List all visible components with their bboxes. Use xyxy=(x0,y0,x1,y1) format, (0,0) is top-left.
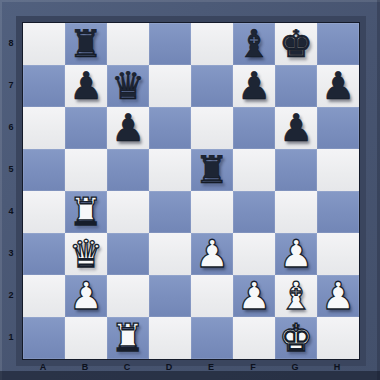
square-e8[interactable] xyxy=(191,23,233,65)
square-g5[interactable] xyxy=(275,149,317,191)
square-c5[interactable] xyxy=(107,149,149,191)
file-label-a: A xyxy=(22,360,64,373)
square-h8[interactable] xyxy=(317,23,359,65)
square-a4[interactable] xyxy=(23,191,65,233)
square-b1[interactable] xyxy=(65,317,107,359)
square-a1[interactable] xyxy=(23,317,65,359)
square-a5[interactable] xyxy=(23,149,65,191)
piece-white-pawn[interactable]: ♟ xyxy=(317,275,359,317)
piece-white-queen[interactable]: ♛ xyxy=(65,233,107,275)
square-f7[interactable]: ♟ xyxy=(233,65,275,107)
rank-label-8: 8 xyxy=(4,22,18,64)
square-b8[interactable]: ♜ xyxy=(65,23,107,65)
rank-label-5: 5 xyxy=(4,148,18,190)
square-c8[interactable] xyxy=(107,23,149,65)
square-e4[interactable] xyxy=(191,191,233,233)
square-d1[interactable] xyxy=(149,317,191,359)
file-label-f: F xyxy=(232,360,274,373)
square-d8[interactable] xyxy=(149,23,191,65)
square-e1[interactable] xyxy=(191,317,233,359)
rank-label-1: 1 xyxy=(4,316,18,358)
piece-black-king[interactable]: ♚ xyxy=(275,23,317,65)
chess-board-frame: ♜♝♚♟♛♟♟♟♟♜♜♛♟♟♟♟♝♟♜♚ 87654321ABCDEFGH xyxy=(0,0,380,380)
square-e7[interactable] xyxy=(191,65,233,107)
piece-black-pawn[interactable]: ♟ xyxy=(233,65,275,107)
piece-white-king[interactable]: ♚ xyxy=(275,317,317,359)
square-c2[interactable] xyxy=(107,275,149,317)
square-a8[interactable] xyxy=(23,23,65,65)
square-c1[interactable]: ♜ xyxy=(107,317,149,359)
square-f2[interactable]: ♟ xyxy=(233,275,275,317)
square-h4[interactable] xyxy=(317,191,359,233)
rank-label-2: 2 xyxy=(4,274,18,316)
piece-black-pawn[interactable]: ♟ xyxy=(107,107,149,149)
square-c6[interactable]: ♟ xyxy=(107,107,149,149)
piece-white-pawn[interactable]: ♟ xyxy=(65,275,107,317)
file-label-g: G xyxy=(274,360,316,373)
file-label-b: B xyxy=(64,360,106,373)
square-h5[interactable] xyxy=(317,149,359,191)
square-a3[interactable] xyxy=(23,233,65,275)
square-f8[interactable]: ♝ xyxy=(233,23,275,65)
square-g6[interactable]: ♟ xyxy=(275,107,317,149)
square-b5[interactable] xyxy=(65,149,107,191)
piece-black-rook[interactable]: ♜ xyxy=(65,23,107,65)
square-h3[interactable] xyxy=(317,233,359,275)
square-g7[interactable] xyxy=(275,65,317,107)
square-h2[interactable]: ♟ xyxy=(317,275,359,317)
square-f3[interactable] xyxy=(233,233,275,275)
piece-black-bishop[interactable]: ♝ xyxy=(233,23,275,65)
square-f5[interactable] xyxy=(233,149,275,191)
square-g8[interactable]: ♚ xyxy=(275,23,317,65)
rank-label-3: 3 xyxy=(4,232,18,274)
piece-black-queen[interactable]: ♛ xyxy=(107,65,149,107)
piece-black-rook[interactable]: ♜ xyxy=(191,149,233,191)
piece-white-bishop[interactable]: ♝ xyxy=(275,275,317,317)
square-e6[interactable] xyxy=(191,107,233,149)
square-c3[interactable] xyxy=(107,233,149,275)
piece-white-rook[interactable]: ♜ xyxy=(65,191,107,233)
square-d2[interactable] xyxy=(149,275,191,317)
square-f6[interactable] xyxy=(233,107,275,149)
piece-white-pawn[interactable]: ♟ xyxy=(191,233,233,275)
chessboard: ♜♝♚♟♛♟♟♟♟♜♜♛♟♟♟♟♝♟♜♚ xyxy=(22,22,360,360)
square-c7[interactable]: ♛ xyxy=(107,65,149,107)
rank-label-4: 4 xyxy=(4,190,18,232)
square-h7[interactable]: ♟ xyxy=(317,65,359,107)
piece-black-pawn[interactable]: ♟ xyxy=(275,107,317,149)
square-d6[interactable] xyxy=(149,107,191,149)
square-b7[interactable]: ♟ xyxy=(65,65,107,107)
square-c4[interactable] xyxy=(107,191,149,233)
square-f4[interactable] xyxy=(233,191,275,233)
piece-white-pawn[interactable]: ♟ xyxy=(275,233,317,275)
rank-label-6: 6 xyxy=(4,106,18,148)
square-f1[interactable] xyxy=(233,317,275,359)
piece-black-pawn[interactable]: ♟ xyxy=(317,65,359,107)
piece-white-rook[interactable]: ♜ xyxy=(107,317,149,359)
square-e5[interactable]: ♜ xyxy=(191,149,233,191)
square-d7[interactable] xyxy=(149,65,191,107)
piece-black-pawn[interactable]: ♟ xyxy=(65,65,107,107)
square-d5[interactable] xyxy=(149,149,191,191)
square-g1[interactable]: ♚ xyxy=(275,317,317,359)
piece-white-pawn[interactable]: ♟ xyxy=(233,275,275,317)
file-label-d: D xyxy=(148,360,190,373)
square-g4[interactable] xyxy=(275,191,317,233)
file-label-e: E xyxy=(190,360,232,373)
square-b2[interactable]: ♟ xyxy=(65,275,107,317)
square-a2[interactable] xyxy=(23,275,65,317)
square-b3[interactable]: ♛ xyxy=(65,233,107,275)
square-d3[interactable] xyxy=(149,233,191,275)
square-a6[interactable] xyxy=(23,107,65,149)
square-h6[interactable] xyxy=(317,107,359,149)
square-e3[interactable]: ♟ xyxy=(191,233,233,275)
square-b6[interactable] xyxy=(65,107,107,149)
square-d4[interactable] xyxy=(149,191,191,233)
file-label-h: H xyxy=(316,360,358,373)
square-g3[interactable]: ♟ xyxy=(275,233,317,275)
square-e2[interactable] xyxy=(191,275,233,317)
square-a7[interactable] xyxy=(23,65,65,107)
rank-label-7: 7 xyxy=(4,64,18,106)
file-label-c: C xyxy=(106,360,148,373)
square-h1[interactable] xyxy=(317,317,359,359)
square-b4[interactable]: ♜ xyxy=(65,191,107,233)
square-g2[interactable]: ♝ xyxy=(275,275,317,317)
